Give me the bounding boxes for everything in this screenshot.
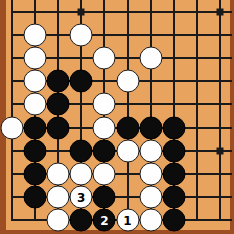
- board-cell-c7-r9[interactable]: [162, 209, 185, 232]
- star-point-icon: [78, 8, 85, 15]
- black-stone-c4-r6: [93, 139, 116, 162]
- board-cell-c3-r8[interactable]: 3: [70, 186, 93, 209]
- board-cell-c9-r0[interactable]: [209, 0, 232, 23]
- go-board-grid: 321: [0, 0, 232, 232]
- board-cell-c5-r1[interactable]: [116, 23, 139, 46]
- white-stone-c4-r7: [93, 162, 116, 185]
- board-cell-c2-r8[interactable]: [46, 186, 69, 209]
- white-stone-c3-r8: 3: [70, 186, 93, 209]
- board-cell-c9-r5[interactable]: [209, 116, 232, 139]
- board-cell-c6-r8[interactable]: [139, 186, 162, 209]
- move-number-label: 2: [100, 214, 108, 226]
- board-cell-c0-r4[interactable]: [0, 93, 23, 116]
- board-cell-c5-r2[interactable]: [116, 46, 139, 69]
- white-stone-c6-r6: [139, 139, 162, 162]
- board-cell-c8-r1[interactable]: [186, 23, 209, 46]
- board-cell-c1-r6[interactable]: [23, 139, 46, 162]
- board-cell-c2-r7[interactable]: [46, 162, 69, 185]
- board-cell-c0-r0[interactable]: [0, 0, 23, 23]
- white-stone-c4-r5: [93, 116, 116, 139]
- board-cell-c8-r5[interactable]: [186, 116, 209, 139]
- board-cell-c2-r4[interactable]: [46, 93, 69, 116]
- board-cell-c2-r5[interactable]: [46, 116, 69, 139]
- board-cell-c4-r3[interactable]: [93, 70, 116, 93]
- white-stone-c5-r6: [116, 139, 139, 162]
- board-cell-c7-r7[interactable]: [162, 162, 185, 185]
- board-cell-c5-r0[interactable]: [116, 0, 139, 23]
- board-cell-c3-r6[interactable]: [70, 139, 93, 162]
- board-cell-c0-r3[interactable]: [0, 70, 23, 93]
- board-cell-c0-r5[interactable]: [0, 116, 23, 139]
- board-cell-c6-r0[interactable]: [139, 0, 162, 23]
- black-stone-c7-r9: [162, 209, 185, 232]
- board-cell-c6-r4[interactable]: [139, 93, 162, 116]
- board-cell-c6-r1[interactable]: [139, 23, 162, 46]
- board-cell-c8-r6[interactable]: [186, 139, 209, 162]
- board-cell-c5-r4[interactable]: [116, 93, 139, 116]
- board-cell-c8-r2[interactable]: [186, 46, 209, 69]
- board-cell-c7-r3[interactable]: [162, 70, 185, 93]
- board-cell-c4-r9[interactable]: 2: [93, 209, 116, 232]
- board-cell-c6-r5[interactable]: [139, 116, 162, 139]
- board-cell-c1-r4[interactable]: [23, 93, 46, 116]
- board-cell-c6-r3[interactable]: [139, 70, 162, 93]
- board-cell-c4-r0[interactable]: [93, 0, 116, 23]
- board-cell-c6-r6[interactable]: [139, 139, 162, 162]
- board-cell-c8-r9[interactable]: [186, 209, 209, 232]
- board-cell-c8-r0[interactable]: [186, 0, 209, 23]
- black-stone-c3-r6: [70, 139, 93, 162]
- board-cell-c9-r6[interactable]: [209, 139, 232, 162]
- white-stone-c3-r1: [70, 23, 93, 46]
- board-cell-c3-r9[interactable]: [70, 209, 93, 232]
- board-cell-c0-r8[interactable]: [0, 186, 23, 209]
- black-stone-c4-r8: [93, 186, 116, 209]
- move-number-label: 3: [77, 191, 85, 203]
- board-cell-c1-r8[interactable]: [23, 186, 46, 209]
- board-cell-c3-r7[interactable]: [70, 162, 93, 185]
- board-cell-c0-r9[interactable]: [0, 209, 23, 232]
- board-cell-c0-r1[interactable]: [0, 23, 23, 46]
- black-stone-c1-r5: [23, 116, 46, 139]
- white-stone-c2-r8: [46, 186, 69, 209]
- board-cell-c1-r3[interactable]: [23, 70, 46, 93]
- board-cell-c4-r6[interactable]: [93, 139, 116, 162]
- black-stone-c3-r9: [70, 209, 93, 232]
- board-cell-c3-r5[interactable]: [70, 116, 93, 139]
- white-stone-c1-r4: [23, 93, 46, 116]
- board-cell-c7-r1[interactable]: [162, 23, 185, 46]
- black-stone-c7-r5: [162, 116, 185, 139]
- board-cell-c2-r2[interactable]: [46, 46, 69, 69]
- board-cell-c1-r2[interactable]: [23, 46, 46, 69]
- board-cell-c4-r5[interactable]: [93, 116, 116, 139]
- board-cell-c1-r5[interactable]: [23, 116, 46, 139]
- board-cell-c9-r9[interactable]: [209, 209, 232, 232]
- move-number-label: 1: [123, 214, 131, 226]
- black-stone-c7-r7: [162, 162, 185, 185]
- board-cell-c4-r7[interactable]: [93, 162, 116, 185]
- white-stone-c5-r9: 1: [116, 209, 139, 232]
- board-cell-c3-r1[interactable]: [70, 23, 93, 46]
- black-stone-c6-r5: [139, 116, 162, 139]
- black-stone-c2-r3: [46, 70, 69, 93]
- star-point-icon: [217, 147, 224, 154]
- board-cell-c7-r4[interactable]: [162, 93, 185, 116]
- white-stone-c0-r5: [0, 116, 23, 139]
- board-cell-c2-r6[interactable]: [46, 139, 69, 162]
- board-cell-c7-r6[interactable]: [162, 139, 185, 162]
- black-stone-c2-r4: [46, 93, 69, 116]
- board-cell-c5-r8[interactable]: [116, 186, 139, 209]
- white-stone-c3-r7: [70, 162, 93, 185]
- board-cell-c4-r1[interactable]: [93, 23, 116, 46]
- board-cell-c3-r4[interactable]: [70, 93, 93, 116]
- black-stone-c2-r5: [46, 116, 69, 139]
- board-cell-c8-r3[interactable]: [186, 70, 209, 93]
- board-cell-c6-r9[interactable]: [139, 209, 162, 232]
- board-cell-c0-r7[interactable]: [0, 162, 23, 185]
- black-stone-c7-r6: [162, 139, 185, 162]
- board-cell-c2-r3[interactable]: [46, 70, 69, 93]
- black-stone-c7-r8: [162, 186, 185, 209]
- board-cell-c5-r7[interactable]: [116, 162, 139, 185]
- white-stone-c6-r7: [139, 162, 162, 185]
- board-cell-c1-r9[interactable]: [23, 209, 46, 232]
- board-cell-c5-r9[interactable]: 1: [116, 209, 139, 232]
- black-stone-c3-r3: [70, 70, 93, 93]
- star-point-icon: [217, 8, 224, 15]
- board-cell-c9-r4[interactable]: [209, 93, 232, 116]
- board-cell-c3-r0[interactable]: [70, 0, 93, 23]
- white-stone-c1-r2: [23, 46, 46, 69]
- board-cell-c9-r3[interactable]: [209, 70, 232, 93]
- board-cell-c9-r7[interactable]: [209, 162, 232, 185]
- go-diagram: 321: [0, 0, 234, 234]
- board-cell-c6-r2[interactable]: [139, 46, 162, 69]
- board-cell-c7-r2[interactable]: [162, 46, 185, 69]
- board-cell-c1-r0[interactable]: [23, 0, 46, 23]
- black-stone-c4-r9: 2: [93, 209, 116, 232]
- board-cell-c1-r7[interactable]: [23, 162, 46, 185]
- board-cell-c1-r1[interactable]: [23, 23, 46, 46]
- white-stone-c2-r9: [46, 209, 69, 232]
- board-cell-c5-r3[interactable]: [116, 70, 139, 93]
- board-cell-c4-r4[interactable]: [93, 93, 116, 116]
- black-stone-c1-r8: [23, 186, 46, 209]
- board-cell-c7-r5[interactable]: [162, 116, 185, 139]
- board-cell-c9-r2[interactable]: [209, 46, 232, 69]
- board-cell-c0-r2[interactable]: [0, 46, 23, 69]
- white-stone-c1-r3: [23, 70, 46, 93]
- board-cell-c3-r2[interactable]: [70, 46, 93, 69]
- board-cell-c2-r9[interactable]: [46, 209, 69, 232]
- board-cell-c5-r5[interactable]: [116, 116, 139, 139]
- black-stone-c1-r6: [23, 139, 46, 162]
- board-cell-c8-r7[interactable]: [186, 162, 209, 185]
- black-stone-c1-r7: [23, 162, 46, 185]
- white-stone-c4-r2: [93, 46, 116, 69]
- white-stone-c2-r7: [46, 162, 69, 185]
- board-cell-c8-r8[interactable]: [186, 186, 209, 209]
- white-stone-c5-r3: [116, 70, 139, 93]
- white-stone-c6-r8: [139, 186, 162, 209]
- board-cell-c0-r6[interactable]: [0, 139, 23, 162]
- board-cell-c9-r1[interactable]: [209, 23, 232, 46]
- board-cell-c8-r4[interactable]: [186, 93, 209, 116]
- board-cell-c6-r7[interactable]: [139, 162, 162, 185]
- board-cell-c9-r8[interactable]: [209, 186, 232, 209]
- board-cell-c7-r0[interactable]: [162, 0, 185, 23]
- white-stone-c1-r1: [23, 23, 46, 46]
- board-cell-c2-r0[interactable]: [46, 0, 69, 23]
- board-cell-c5-r6[interactable]: [116, 139, 139, 162]
- board-cell-c7-r8[interactable]: [162, 186, 185, 209]
- board-cell-c4-r2[interactable]: [93, 46, 116, 69]
- board-cell-c4-r8[interactable]: [93, 186, 116, 209]
- white-stone-c6-r9: [139, 209, 162, 232]
- board-cell-c2-r1[interactable]: [46, 23, 69, 46]
- white-stone-c6-r2: [139, 46, 162, 69]
- board-cell-c3-r3[interactable]: [70, 70, 93, 93]
- white-stone-c4-r4: [93, 93, 116, 116]
- black-stone-c5-r5: [116, 116, 139, 139]
